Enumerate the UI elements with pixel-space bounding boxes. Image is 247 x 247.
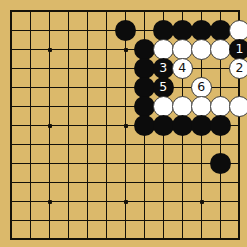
black-stone: 1 xyxy=(229,39,247,60)
black-stone xyxy=(153,20,174,41)
go-board[interactable]: 134256 xyxy=(0,0,247,247)
star-point xyxy=(124,48,128,52)
black-stone: 5 xyxy=(153,77,174,98)
move-number-label: 1 xyxy=(235,42,243,55)
white-stone: 4 xyxy=(172,58,193,79)
star-point xyxy=(48,124,52,128)
move-number-label: 2 xyxy=(235,61,243,74)
white-stone xyxy=(172,39,193,60)
black-stone xyxy=(153,115,174,136)
grid-line-horizontal xyxy=(11,144,239,145)
black-stone xyxy=(115,20,136,41)
black-stone xyxy=(210,153,231,174)
black-stone xyxy=(191,20,212,41)
black-stone xyxy=(134,115,155,136)
star-point xyxy=(124,124,128,128)
move-number-label: 3 xyxy=(159,61,167,74)
star-point xyxy=(200,200,204,204)
star-point xyxy=(48,200,52,204)
go-diagram: 134256 xyxy=(0,0,247,247)
black-stone: 3 xyxy=(153,58,174,79)
black-stone xyxy=(134,77,155,98)
black-stone xyxy=(210,20,231,41)
grid-line-horizontal xyxy=(11,163,239,164)
move-number-label: 6 xyxy=(197,80,205,93)
move-number-label: 5 xyxy=(159,80,167,93)
white-stone xyxy=(191,39,212,60)
white-stone xyxy=(153,96,174,117)
star-point xyxy=(124,200,128,204)
black-stone xyxy=(134,39,155,60)
black-stone xyxy=(210,115,231,136)
white-stone: 2 xyxy=(229,58,247,79)
white-stone xyxy=(210,96,231,117)
grid-line-horizontal xyxy=(11,182,239,183)
white-stone xyxy=(229,20,247,41)
grid-line-horizontal xyxy=(11,220,239,221)
white-stone xyxy=(153,39,174,60)
white-stone xyxy=(191,96,212,117)
white-stone xyxy=(229,96,247,117)
black-stone xyxy=(172,20,193,41)
star-point xyxy=(48,48,52,52)
black-stone xyxy=(134,96,155,117)
move-number-label: 4 xyxy=(178,61,186,74)
black-stone xyxy=(134,58,155,79)
white-stone xyxy=(172,96,193,117)
black-stone xyxy=(191,115,212,136)
black-stone xyxy=(172,115,193,136)
white-stone: 6 xyxy=(191,77,212,98)
white-stone xyxy=(210,39,231,60)
